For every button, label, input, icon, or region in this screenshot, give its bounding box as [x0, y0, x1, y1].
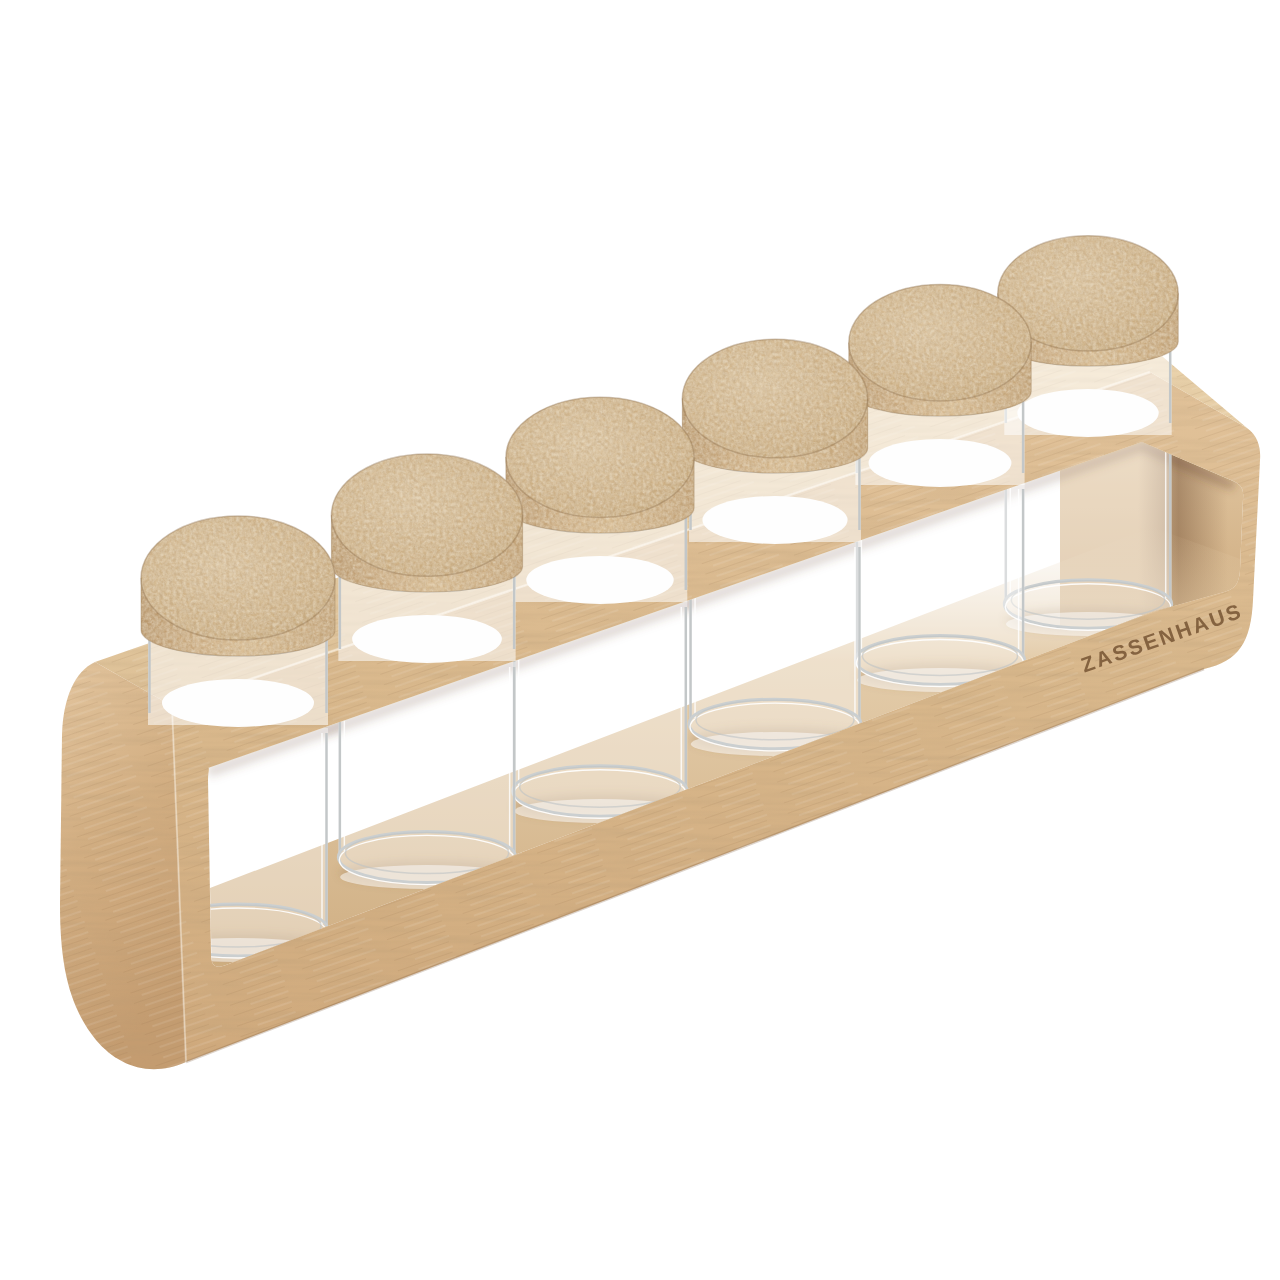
jar-1-cork-lid [141, 516, 335, 656]
jar-3 [506, 397, 694, 604]
jar-1 [141, 516, 335, 727]
jar-5-cork-lid [849, 284, 1031, 416]
jar-2 [331, 454, 522, 663]
jar-2-cork-lid [331, 454, 522, 592]
spice-rack-scene: ZASSENHAUS [0, 0, 1280, 1280]
jar-3-cork-lid [506, 397, 694, 533]
jar-4 [682, 339, 867, 544]
jar-4-cork-lid [682, 339, 867, 473]
jar-5 [849, 284, 1031, 487]
product-photo: ZASSENHAUS [0, 0, 1280, 1280]
